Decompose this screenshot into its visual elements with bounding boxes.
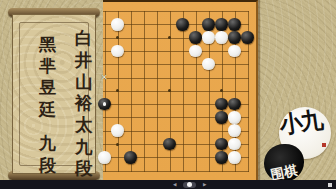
white-stone[interactable] <box>228 45 241 58</box>
progress-toggle[interactable] <box>183 182 196 188</box>
star-point <box>220 89 223 92</box>
black-stone[interactable] <box>215 151 228 164</box>
grid-line-vertical <box>144 11 145 172</box>
black-stone[interactable] <box>202 18 215 31</box>
star-point <box>168 89 171 92</box>
black-stone[interactable] <box>189 31 202 44</box>
white-stone[interactable] <box>111 18 124 31</box>
logo-primary-text: 小九 <box>277 107 327 159</box>
white-stone[interactable] <box>111 124 124 137</box>
white-stone[interactable] <box>111 45 124 58</box>
black-stone[interactable] <box>228 98 241 111</box>
black-stone[interactable] <box>215 111 228 124</box>
grid-line-horizontal <box>103 171 249 172</box>
white-stone[interactable] <box>98 151 111 164</box>
last-move-marker <box>103 102 107 106</box>
video-frame: ✕ 白井山裕太九段 黑芈昱廷九段 小九 围棋 ◀ ▶ <box>0 0 336 189</box>
grid-line-horizontal <box>103 78 249 79</box>
black-stone[interactable] <box>228 31 241 44</box>
black-stone[interactable] <box>241 31 254 44</box>
logo-red-seal <box>322 143 326 147</box>
grid-line-horizontal <box>103 11 249 12</box>
scroll-character: 裕 <box>75 93 93 115</box>
x-marker: ✕ <box>101 74 108 82</box>
black-stone[interactable] <box>215 18 228 31</box>
scroll-parchment: 白井山裕太九段 黑芈昱廷九段 <box>12 14 96 174</box>
scroll-character: 段 <box>39 155 56 177</box>
star-point <box>116 89 119 92</box>
black-stone[interactable] <box>163 138 176 151</box>
white-stone[interactable] <box>228 138 241 151</box>
scroll-character: 廷 <box>39 99 56 121</box>
star-point <box>116 36 119 39</box>
grid-line-vertical <box>131 11 132 172</box>
black-stone[interactable] <box>215 138 228 151</box>
scroll-character: 昱 <box>39 77 56 99</box>
white-player-label: 白井山裕太九段 <box>75 28 93 180</box>
black-stone[interactable] <box>215 98 228 111</box>
progress-knob[interactable] <box>187 182 192 187</box>
scroll-character: 芈 <box>39 56 56 78</box>
black-player-label: 黑芈昱廷九段 <box>39 34 56 176</box>
player-control-bar[interactable]: ◀ ▶ <box>0 180 336 189</box>
black-stone[interactable] <box>124 151 137 164</box>
grid-line-vertical <box>157 11 158 172</box>
white-stone[interactable] <box>189 45 202 58</box>
scroll-character: 九 <box>39 133 56 155</box>
next-move-button[interactable]: ▶ <box>203 180 206 189</box>
grid-line-vertical <box>183 11 184 172</box>
white-stone[interactable] <box>215 31 228 44</box>
scroll-character: 井 <box>75 50 93 72</box>
grid-line-horizontal <box>103 51 249 52</box>
white-stone[interactable] <box>202 58 215 71</box>
scroll-character: 段 <box>75 158 93 180</box>
scroll-character: 山 <box>75 71 93 93</box>
star-point <box>116 143 119 146</box>
white-stone[interactable] <box>202 31 215 44</box>
scroll-character: 白 <box>75 28 93 50</box>
go-board[interactable]: ✕ <box>103 0 258 183</box>
white-stone[interactable] <box>228 111 241 124</box>
prev-move-button[interactable]: ◀ <box>173 180 176 189</box>
grid-line-horizontal <box>103 131 249 132</box>
scroll-character: 黑 <box>39 34 56 56</box>
white-stone[interactable] <box>228 151 241 164</box>
star-point <box>168 36 171 39</box>
black-stone[interactable] <box>228 18 241 31</box>
white-stone[interactable] <box>228 124 241 137</box>
channel-logo: 小九 围棋 <box>259 107 334 182</box>
black-stone[interactable] <box>176 18 189 31</box>
grid-line-horizontal <box>103 91 249 92</box>
scroll-character: 太 <box>75 115 93 137</box>
grid-line-vertical <box>105 11 106 172</box>
scroll-character: 九 <box>75 137 93 159</box>
fullscreen-icon[interactable] <box>328 183 332 187</box>
player-name-scroll: 白井山裕太九段 黑芈昱廷九段 <box>8 8 100 180</box>
grid-line-horizontal <box>103 64 249 65</box>
